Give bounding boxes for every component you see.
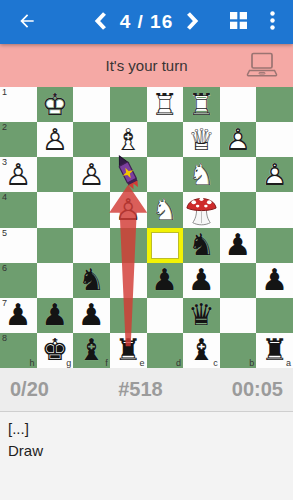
rank-label: 1 xyxy=(2,87,7,97)
turn-banner: It's your turn xyxy=(0,44,293,87)
square-f6[interactable]: ♞ xyxy=(73,263,110,298)
square-h6[interactable]: 6 xyxy=(0,263,37,298)
square-h8[interactable]: 8h xyxy=(0,333,37,368)
square-f7[interactable]: ♟ xyxy=(73,298,110,333)
grid-icon xyxy=(230,12,247,32)
status-bar: 0/20 #518 00:05 xyxy=(0,368,293,412)
square-g8[interactable]: g♚ xyxy=(37,333,74,368)
square-g7[interactable]: ♟ xyxy=(37,298,74,333)
square-b5[interactable]: ♟ xyxy=(220,228,257,263)
piece-white-king: ♚♔ xyxy=(37,87,74,122)
solved-counter: 0/20 xyxy=(10,378,49,401)
square-a6[interactable]: ♟ xyxy=(256,263,293,298)
piece-white-rook: ♜♖ xyxy=(183,87,220,122)
square-e5[interactable] xyxy=(110,228,147,263)
square-h5[interactable]: 5 xyxy=(0,228,37,263)
piece-black-knight: ♞ xyxy=(73,263,110,298)
square-c7[interactable]: ♛ xyxy=(183,298,220,333)
piece-black-rook: ♜ xyxy=(110,333,147,368)
square-h2[interactable]: 2 xyxy=(0,122,37,157)
square-f8[interactable]: f♝ xyxy=(73,333,110,368)
chevron-left-icon xyxy=(94,12,107,33)
square-a1[interactable] xyxy=(256,87,293,122)
move-list-item[interactable]: Draw xyxy=(8,440,285,462)
square-c6[interactable]: ♟ xyxy=(183,263,220,298)
move-list-item[interactable]: [...] xyxy=(8,418,285,440)
puzzle-grid-button[interactable] xyxy=(221,0,255,44)
square-b8[interactable]: b xyxy=(220,333,257,368)
laptop-icon xyxy=(244,52,280,83)
square-d8[interactable]: d xyxy=(147,333,184,368)
square-a2[interactable] xyxy=(256,122,293,157)
piece-black-rook: ♜ xyxy=(256,333,293,368)
square-f1[interactable] xyxy=(73,87,110,122)
rank-label: 2 xyxy=(2,122,7,132)
square-d6[interactable]: ♟ xyxy=(147,263,184,298)
square-h4[interactable]: 4 xyxy=(0,192,37,227)
next-puzzle-button[interactable] xyxy=(186,12,199,33)
piece-white-bishop: ♝♗ xyxy=(110,122,147,157)
piece-black-pawn: ♟ xyxy=(256,263,293,298)
square-f2[interactable] xyxy=(73,122,110,157)
puzzle-id: #518 xyxy=(118,378,163,401)
piece-white-queen: ♛♕ xyxy=(183,122,220,157)
square-h1[interactable]: 1 xyxy=(0,87,37,122)
turn-banner-text: It's your turn xyxy=(105,57,187,74)
mushroom-marker xyxy=(183,192,220,227)
piece-white-knight: ♞♘ xyxy=(147,192,184,227)
square-a4[interactable] xyxy=(256,192,293,227)
square-b7[interactable] xyxy=(220,298,257,333)
square-e6[interactable] xyxy=(110,263,147,298)
file-label: h xyxy=(30,358,35,368)
file-label: b xyxy=(249,358,254,368)
square-c2[interactable]: ♛♕ xyxy=(183,122,220,157)
piece-black-pawn: ♟ xyxy=(0,298,37,333)
piece-white-pawn: ♟♙ xyxy=(37,122,74,157)
square-f5[interactable] xyxy=(73,228,110,263)
square-c3[interactable]: ♞♘ xyxy=(183,157,220,192)
square-d3[interactable] xyxy=(147,157,184,192)
timer: 00:05 xyxy=(232,378,283,401)
square-e3[interactable] xyxy=(110,157,147,192)
square-c1[interactable]: ♜♖ xyxy=(183,87,220,122)
rank-label: 8 xyxy=(2,333,7,343)
file-label: d xyxy=(176,358,181,368)
square-f4[interactable] xyxy=(73,192,110,227)
square-e8[interactable]: e♜ xyxy=(110,333,147,368)
square-a5[interactable] xyxy=(256,228,293,263)
square-h3[interactable]: 3♟♙ xyxy=(0,157,37,192)
piece-black-pawn: ♟ xyxy=(73,298,110,333)
square-g6[interactable] xyxy=(37,263,74,298)
square-e7[interactable] xyxy=(110,298,147,333)
square-b6[interactable] xyxy=(220,263,257,298)
rocket-marker xyxy=(110,157,147,192)
rank-label: 4 xyxy=(2,192,7,202)
square-g3[interactable] xyxy=(37,157,74,192)
kebab-menu-icon xyxy=(270,11,275,33)
square-b2[interactable]: ♟♙ xyxy=(220,122,257,157)
piece-black-knight: ♞ xyxy=(183,228,220,263)
square-d2[interactable] xyxy=(147,122,184,157)
square-e1[interactable] xyxy=(110,87,147,122)
square-d4[interactable]: ♞♘ xyxy=(147,192,184,227)
square-g5[interactable] xyxy=(37,228,74,263)
square-b4[interactable] xyxy=(220,192,257,227)
square-e4[interactable]: ♟♙ xyxy=(110,192,147,227)
overflow-menu-button[interactable] xyxy=(255,0,289,44)
app-bar: 4 / 16 xyxy=(0,0,293,44)
square-f3[interactable]: ♟♙ xyxy=(73,157,110,192)
square-g1[interactable]: ♚♔ xyxy=(37,87,74,122)
piece-black-pawn: ♟ xyxy=(183,263,220,298)
square-c5[interactable]: ♞ xyxy=(183,228,220,263)
prev-puzzle-button[interactable] xyxy=(94,12,107,33)
piece-black-pawn: ♟ xyxy=(37,298,74,333)
piece-white-pawn: ♟♙ xyxy=(220,122,257,157)
square-c4[interactable] xyxy=(183,192,220,227)
square-d5[interactable] xyxy=(147,228,184,263)
square-h7[interactable]: 7♟ xyxy=(0,298,37,333)
move-panel: [...] Draw xyxy=(0,412,293,468)
piece-white-knight: ♞♘ xyxy=(183,157,220,192)
piece-black-queen: ♛ xyxy=(183,298,220,333)
square-d7[interactable] xyxy=(147,298,184,333)
piece-white-rook: ♜♖ xyxy=(147,87,184,122)
puzzle-counter: 4 / 16 xyxy=(120,11,174,33)
square-a8[interactable]: a♜ xyxy=(256,333,293,368)
piece-black-bishop: ♝ xyxy=(183,333,220,368)
square-b1[interactable] xyxy=(220,87,257,122)
piece-black-king: ♚ xyxy=(37,333,74,368)
piece-black-pawn: ♟ xyxy=(147,263,184,298)
square-a3[interactable]: ♟♙ xyxy=(256,157,293,192)
square-a7[interactable] xyxy=(256,298,293,333)
rank-label: 5 xyxy=(2,228,7,238)
chevron-right-icon xyxy=(186,12,199,33)
square-b3[interactable] xyxy=(220,157,257,192)
piece-white-pawn: ♟♙ xyxy=(0,157,37,192)
piece-white-pawn: ♟♙ xyxy=(256,157,293,192)
piece-black-bishop: ♝ xyxy=(73,333,110,368)
square-c8[interactable]: c♝ xyxy=(183,333,220,368)
app-bar-actions xyxy=(221,0,289,44)
rank-label: 6 xyxy=(2,263,7,273)
piece-white-pawn: ♟♙ xyxy=(110,192,147,227)
square-g4[interactable] xyxy=(37,192,74,227)
square-g2[interactable]: ♟♙ xyxy=(37,122,74,157)
square-d1[interactable]: ♜♖ xyxy=(147,87,184,122)
square-e2[interactable]: ♝♗ xyxy=(110,122,147,157)
app-screen: 4 / 16 It's your turn xyxy=(0,0,293,500)
piece-black-pawn: ♟ xyxy=(220,228,257,263)
piece-white-pawn: ♟♙ xyxy=(73,157,110,192)
chessboard: 1♚♔♜♖♜♖2♟♙♝♗♛♕♟♙3♟♙♟♙♞♘♟♙4♟♙♞♘5♞♟6♞♟♟♟7♟… xyxy=(0,87,293,368)
